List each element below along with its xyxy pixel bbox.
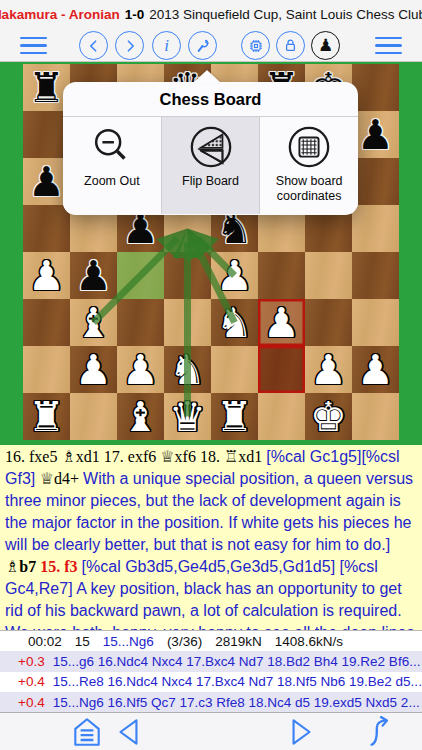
info-glyph: i [164,36,169,56]
popup-button-label: Show board coordinates [260,174,358,203]
engine-variation: 15...g6 16.Ndc4 Nxc4 17.Bxc4 Nd7 18.Bd2 … [53,654,421,669]
square-a2[interactable] [23,346,70,393]
engine-variation: 15...Ng6 16.Nf5 Qc7 17.c3 Rfe8 18.Nc4 d5… [53,695,420,710]
move-text[interactable]: 15. f3 [40,558,81,575]
move-text[interactable]: ♕d4+ [40,470,83,487]
engine-eval: +0.4 [18,674,45,689]
square-h6[interactable] [352,158,399,205]
piece-white-rook-a1[interactable]: ♜ [23,393,70,440]
lock-icon[interactable] [276,31,305,60]
square-h5[interactable] [352,205,399,252]
chess-board-popup: Chess Board Zoom OutFlip BoardShow board… [63,82,358,215]
square-d3[interactable] [164,299,211,346]
square-f4[interactable] [258,252,305,299]
square-h7[interactable]: ♟ [352,111,399,158]
square-g2[interactable]: ♟ [305,346,352,393]
top-toolbar: i ♟ [0,28,422,62]
square-h8[interactable] [352,64,399,111]
popup-button-zoom-out[interactable]: Zoom Out [63,117,161,214]
square-f3[interactable]: ♟ [258,299,305,346]
popup-buttons-row: Zoom OutFlip BoardShow board coordinates [63,117,358,214]
piece-white-rook-e1[interactable]: ♜ [211,393,258,440]
square-g3[interactable] [305,299,352,346]
square-a3[interactable] [23,299,70,346]
piece-white-pawn-f3[interactable]: ♟ [258,299,305,346]
engine-line[interactable]: +0.415...Re8 16.Ndc4 Nxc4 17.Bxc4 Nd7 18… [0,672,422,693]
square-c2[interactable]: ♟ [117,346,164,393]
engine-nodes: 2819kN [215,634,262,649]
event-name: 2013 Sinquefield Cup, Saint Louis Chess … [149,7,422,22]
engine-eval: +0.4 [18,695,45,710]
piece-white-pawn-c2[interactable]: ♟ [117,346,164,393]
branch-arrow-icon[interactable] [363,715,397,749]
square-a1[interactable]: ♜ [23,393,70,440]
square-g4[interactable] [305,252,352,299]
engine-panel: 00:02 15 15...Ng6 (3/36) 2819kN 1408.6kN… [0,630,422,712]
square-h3[interactable] [352,299,399,346]
popup-button-label: Flip Board [182,174,239,189]
engine-eval: +0.3 [18,654,45,669]
square-h1[interactable] [352,393,399,440]
engine-speed: 1408.6kN/s [275,634,343,649]
board-grid-icon [286,124,332,170]
engine-depth: 15 [75,634,90,649]
app-screen: C88 Nakamura - Aronian 1-0 2013 Sinquefi… [0,0,422,750]
engine-line[interactable]: +0.315...g6 16.Ndc4 Nxc4 17.Bxc4 Nd7 18.… [0,651,422,672]
popup-button-show-board-coordinates[interactable]: Show board coordinates [259,117,358,214]
square-e3[interactable]: ♞ [211,299,258,346]
engine-time: 00:02 [28,634,62,649]
move-text[interactable]: ♗b7 [5,558,40,575]
piece-white-pawn-a4[interactable]: ♟ [23,252,70,299]
piece-white-knight-d2[interactable]: ♞ [164,346,211,393]
piece-black-pawn-h7[interactable]: ♟ [352,111,399,158]
piece-white-bishop-c1[interactable]: ♝ [117,393,164,440]
popup-title: Chess Board [63,82,358,117]
piece-white-pawn-e4[interactable]: ♟ [211,252,258,299]
square-f1[interactable] [258,393,305,440]
engine-progress: (3/36) [167,634,202,649]
square-f2[interactable] [258,346,305,393]
move-text[interactable]: 16. fxe5 ♗xd1 17. exf6 ♕xf6 18. ♖xd1 [5,448,266,465]
black-pawn-icon[interactable]: ♟ [311,31,340,60]
zoom-out-icon [89,124,135,170]
home-list-icon[interactable] [70,715,104,749]
piece-white-bishop-b3[interactable]: ♝ [70,299,117,346]
square-g1[interactable]: ♚ [305,393,352,440]
square-b4[interactable]: ♟ [70,252,117,299]
square-e4[interactable]: ♟ [211,252,258,299]
square-c1[interactable]: ♝ [117,393,164,440]
engine-chip-icon[interactable] [241,31,270,60]
info-icon[interactable]: i [152,31,181,60]
piece-white-knight-e3[interactable]: ♞ [211,299,258,346]
flip-board-icon [188,124,234,170]
square-d1[interactable]: ♛ [164,393,211,440]
square-h4[interactable] [352,252,399,299]
players: Nakamura - Aronian [0,7,120,22]
menu-icon-right[interactable] [375,31,402,60]
bottom-toolbar [0,712,422,750]
piece-white-king-g1[interactable]: ♚ [305,393,352,440]
result: 1-0 [125,7,145,22]
engine-variation: 15...Re8 16.Ndc4 Nxc4 17.Bxc4 Nd7 18.Nf5… [53,674,422,689]
square-a4[interactable]: ♟ [23,252,70,299]
popup-caret [193,70,221,83]
annotation-text: 16. fxe5 ♗xd1 17. exf6 ♕xf6 18. ♖xd1 [%c… [0,445,422,630]
square-c3[interactable] [117,299,164,346]
square-h2[interactable]: ♟ [352,346,399,393]
popup-button-label: Zoom Out [84,174,140,189]
engine-line[interactable]: +0.415...Ng6 16.Nf5 Qc7 17.c3 Rfe8 18.Nc… [0,692,422,713]
square-b2[interactable]: ♟ [70,346,117,393]
menu-icon[interactable] [20,31,47,60]
previous-icon[interactable] [79,31,108,60]
piece-white-pawn-g2[interactable]: ♟ [305,346,352,393]
engine-current-move: 15...Ng6 [103,634,154,649]
engine-status-row: 00:02 15 15...Ng6 (3/36) 2819kN 1408.6kN… [0,631,422,651]
game-info-bar: C88 Nakamura - Aronian 1-0 2013 Sinquefi… [0,0,422,28]
square-b3[interactable]: ♝ [70,299,117,346]
square-e2[interactable] [211,346,258,393]
piece-white-pawn-b2[interactable]: ♟ [70,346,117,393]
square-a5[interactable] [23,205,70,252]
popup-button-flip-board[interactable]: Flip Board [161,117,260,214]
square-d2[interactable]: ♞ [164,346,211,393]
square-b1[interactable] [70,393,117,440]
square-d4[interactable] [164,252,211,299]
square-c4[interactable] [117,252,164,299]
next-icon[interactable] [115,31,144,60]
piece-white-queen-d1[interactable]: ♛ [164,393,211,440]
forward-triangle-icon[interactable] [284,715,318,749]
tools-wrench-icon[interactable] [188,31,217,60]
square-e1[interactable]: ♜ [211,393,258,440]
back-triangle-icon[interactable] [112,715,146,749]
piece-white-pawn-h2[interactable]: ♟ [352,346,399,393]
piece-black-pawn-b4[interactable]: ♟ [70,252,117,299]
